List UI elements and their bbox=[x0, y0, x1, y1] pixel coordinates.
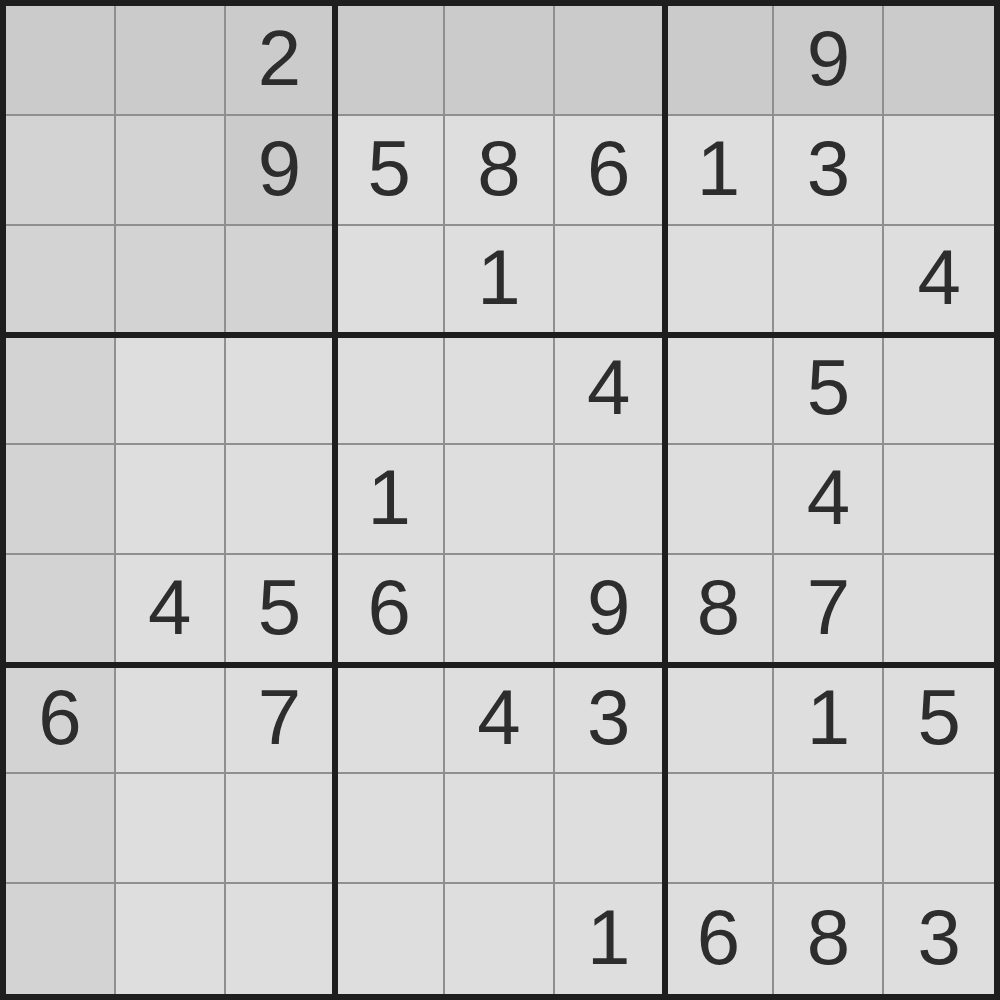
given-digit: 6 bbox=[697, 898, 740, 976]
cell-r8c6[interactable] bbox=[555, 774, 665, 884]
given-digit: 9 bbox=[587, 568, 630, 646]
cell-r2c7[interactable]: 1 bbox=[665, 116, 775, 226]
cell-r7c3[interactable]: 7 bbox=[226, 665, 336, 775]
cell-r3c3[interactable] bbox=[226, 226, 336, 336]
cell-r7c6[interactable]: 3 bbox=[555, 665, 665, 775]
cell-r4c4[interactable] bbox=[335, 335, 445, 445]
cell-r4c2[interactable] bbox=[116, 335, 226, 445]
given-digit: 5 bbox=[258, 568, 301, 646]
cell-r7c2[interactable] bbox=[116, 665, 226, 775]
cell-r5c2[interactable] bbox=[116, 445, 226, 555]
given-digit: 5 bbox=[917, 678, 960, 756]
given-digit: 5 bbox=[807, 348, 850, 426]
cell-r5c1[interactable] bbox=[6, 445, 116, 555]
given-digit: 1 bbox=[477, 238, 520, 316]
cell-r7c8[interactable]: 1 bbox=[774, 665, 884, 775]
given-digit: 1 bbox=[368, 458, 411, 536]
cell-r7c9[interactable]: 5 bbox=[884, 665, 994, 775]
cell-r9c1[interactable] bbox=[6, 884, 116, 994]
cell-r7c7[interactable] bbox=[665, 665, 775, 775]
cell-r6c8[interactable]: 7 bbox=[774, 555, 884, 665]
cell-r3c8[interactable] bbox=[774, 226, 884, 336]
given-digit: 4 bbox=[807, 458, 850, 536]
cell-r6c3[interactable]: 5 bbox=[226, 555, 336, 665]
cell-r5c4[interactable]: 1 bbox=[335, 445, 445, 555]
cell-r1c7[interactable] bbox=[665, 6, 775, 116]
cell-r8c2[interactable] bbox=[116, 774, 226, 884]
cell-r9c4[interactable] bbox=[335, 884, 445, 994]
cell-r8c9[interactable] bbox=[884, 774, 994, 884]
cell-r5c9[interactable] bbox=[884, 445, 994, 555]
cell-r7c1[interactable]: 6 bbox=[6, 665, 116, 775]
cell-r5c6[interactable] bbox=[555, 445, 665, 555]
cell-r2c9[interactable] bbox=[884, 116, 994, 226]
given-digit: 7 bbox=[807, 568, 850, 646]
given-digit: 9 bbox=[258, 129, 301, 207]
cell-r9c6[interactable]: 1 bbox=[555, 884, 665, 994]
given-digit: 4 bbox=[587, 348, 630, 426]
cell-r1c3[interactable]: 2 bbox=[226, 6, 336, 116]
given-digit: 1 bbox=[587, 898, 630, 976]
cell-r9c7[interactable]: 6 bbox=[665, 884, 775, 994]
cell-r2c5[interactable]: 8 bbox=[445, 116, 555, 226]
given-digit: 1 bbox=[807, 678, 850, 756]
cell-r6c2[interactable]: 4 bbox=[116, 555, 226, 665]
cell-r2c8[interactable]: 3 bbox=[774, 116, 884, 226]
cell-r2c2[interactable] bbox=[116, 116, 226, 226]
cell-r2c1[interactable] bbox=[6, 116, 116, 226]
cell-r9c2[interactable] bbox=[116, 884, 226, 994]
cell-r8c7[interactable] bbox=[665, 774, 775, 884]
cell-r4c9[interactable] bbox=[884, 335, 994, 445]
cell-r8c5[interactable] bbox=[445, 774, 555, 884]
cell-r1c6[interactable] bbox=[555, 6, 665, 116]
cell-r7c4[interactable] bbox=[335, 665, 445, 775]
cell-r6c7[interactable]: 8 bbox=[665, 555, 775, 665]
cell-r6c6[interactable]: 9 bbox=[555, 555, 665, 665]
given-digit: 8 bbox=[807, 898, 850, 976]
cell-r3c5[interactable]: 1 bbox=[445, 226, 555, 336]
given-digit: 4 bbox=[917, 238, 960, 316]
cell-r4c1[interactable] bbox=[6, 335, 116, 445]
box-divider-horizontal-1 bbox=[6, 332, 994, 338]
cell-r7c5[interactable]: 4 bbox=[445, 665, 555, 775]
given-digit: 2 bbox=[258, 19, 301, 97]
cell-r3c6[interactable] bbox=[555, 226, 665, 336]
cell-r4c3[interactable] bbox=[226, 335, 336, 445]
cell-r3c7[interactable] bbox=[665, 226, 775, 336]
cell-r1c9[interactable] bbox=[884, 6, 994, 116]
cell-r3c2[interactable] bbox=[116, 226, 226, 336]
sudoku-board: 299586131445144569876743151683 bbox=[0, 0, 1000, 1000]
given-digit: 8 bbox=[697, 568, 740, 646]
cell-r6c4[interactable]: 6 bbox=[335, 555, 445, 665]
box-divider-vertical-1 bbox=[332, 6, 338, 994]
cell-r5c8[interactable]: 4 bbox=[774, 445, 884, 555]
cell-r1c4[interactable] bbox=[335, 6, 445, 116]
given-digit: 6 bbox=[368, 568, 411, 646]
cell-r8c1[interactable] bbox=[6, 774, 116, 884]
given-digit: 8 bbox=[477, 129, 520, 207]
cell-r2c6[interactable]: 6 bbox=[555, 116, 665, 226]
given-digit: 4 bbox=[477, 678, 520, 756]
given-digit: 9 bbox=[807, 19, 850, 97]
cell-r3c1[interactable] bbox=[6, 226, 116, 336]
given-digit: 7 bbox=[258, 678, 301, 756]
cell-r2c4[interactable]: 5 bbox=[335, 116, 445, 226]
box-divider-vertical-2 bbox=[662, 6, 668, 994]
cell-r5c5[interactable] bbox=[445, 445, 555, 555]
given-digit: 3 bbox=[917, 898, 960, 976]
given-digit: 3 bbox=[807, 129, 850, 207]
cell-r9c9[interactable]: 3 bbox=[884, 884, 994, 994]
cell-r6c1[interactable] bbox=[6, 555, 116, 665]
given-digit: 3 bbox=[587, 678, 630, 756]
cell-r6c9[interactable] bbox=[884, 555, 994, 665]
given-digit: 4 bbox=[148, 568, 191, 646]
cell-r8c3[interactable] bbox=[226, 774, 336, 884]
cell-r3c9[interactable]: 4 bbox=[884, 226, 994, 336]
cell-r1c5[interactable] bbox=[445, 6, 555, 116]
cell-r5c7[interactable] bbox=[665, 445, 775, 555]
cell-r6c5[interactable] bbox=[445, 555, 555, 665]
cell-r4c7[interactable] bbox=[665, 335, 775, 445]
given-digit: 5 bbox=[368, 129, 411, 207]
cell-r4c8[interactable]: 5 bbox=[774, 335, 884, 445]
cell-r1c1[interactable] bbox=[6, 6, 116, 116]
cell-r8c8[interactable] bbox=[774, 774, 884, 884]
cell-r1c2[interactable] bbox=[116, 6, 226, 116]
cell-r2c3[interactable]: 9 bbox=[226, 116, 336, 226]
box-divider-horizontal-2 bbox=[6, 662, 994, 668]
cell-r4c5[interactable] bbox=[445, 335, 555, 445]
cell-r4c6[interactable]: 4 bbox=[555, 335, 665, 445]
cell-r9c3[interactable] bbox=[226, 884, 336, 994]
given-digit: 6 bbox=[38, 678, 81, 756]
cell-r1c8[interactable]: 9 bbox=[774, 6, 884, 116]
cell-r9c8[interactable]: 8 bbox=[774, 884, 884, 994]
given-digit: 6 bbox=[587, 129, 630, 207]
cell-r5c3[interactable] bbox=[226, 445, 336, 555]
cell-r3c4[interactable] bbox=[335, 226, 445, 336]
cell-r8c4[interactable] bbox=[335, 774, 445, 884]
given-digit: 1 bbox=[697, 129, 740, 207]
cell-r9c5[interactable] bbox=[445, 884, 555, 994]
